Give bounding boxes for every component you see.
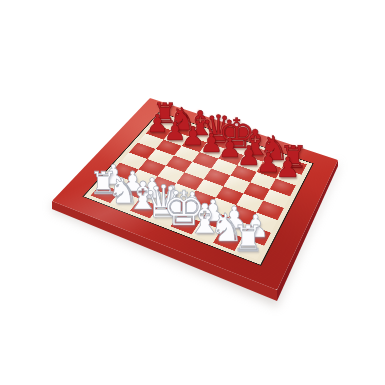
piece-red-pawn-h7[interactable]: ♟ [275, 155, 300, 183]
pieces-layer: ♜♞♝♛♚♝♞♜♟♟♟♟♟♟♟♟♟♟♟♟♟♟♟♟♜♞♝♛♚♝♞♜ [0, 0, 385, 385]
piece-white-rook-h1[interactable]: ♜ [232, 220, 264, 256]
chess-set-photo: ♜♞♝♛♚♝♞♜♟♟♟♟♟♟♟♟♟♟♟♟♟♟♟♟♜♞♝♛♚♝♞♜ [0, 0, 385, 385]
